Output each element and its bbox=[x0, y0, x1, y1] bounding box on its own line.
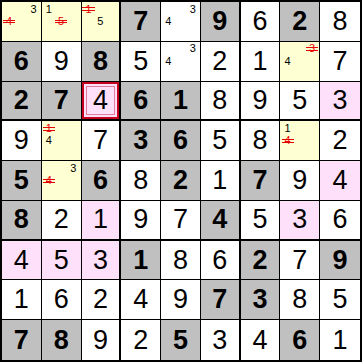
cell-r4c2[interactable]: 14 bbox=[42, 121, 82, 161]
pencil-mark: 4 bbox=[43, 135, 55, 147]
filled-digit: 7 bbox=[292, 247, 307, 274]
filled-digit: 3 bbox=[333, 87, 348, 114]
filled-digit: 4 bbox=[253, 327, 268, 354]
pencil-marks: 34 bbox=[281, 43, 318, 80]
cell-r5c7[interactable]: 7 bbox=[241, 161, 281, 201]
cell-r4c4[interactable]: 3 bbox=[121, 121, 161, 161]
cell-r5c3[interactable]: 6 bbox=[82, 161, 122, 201]
cell-r7c5[interactable]: 8 bbox=[161, 241, 201, 281]
cell-r8c8[interactable]: 8 bbox=[280, 280, 320, 320]
given-digit: 7 bbox=[54, 87, 69, 114]
cell-r2c7[interactable]: 1 bbox=[241, 42, 281, 82]
pencil-mark: 1 bbox=[43, 3, 55, 15]
cell-r8c1[interactable]: 1 bbox=[2, 280, 42, 320]
pencil-mark: 1 bbox=[281, 122, 293, 134]
cell-r2c5[interactable]: 34 bbox=[161, 42, 201, 82]
cell-r7c2[interactable]: 5 bbox=[42, 241, 82, 281]
cell-r8c4[interactable]: 4 bbox=[121, 280, 161, 320]
sudoku-board: 3415157349628698534213472746189539147365… bbox=[0, 0, 362, 362]
filled-digit: 1 bbox=[212, 167, 227, 194]
given-digit: 6 bbox=[133, 87, 148, 114]
pencil-mark: 5 bbox=[94, 15, 106, 27]
filled-digit: 3 bbox=[93, 247, 108, 274]
cell-r7c6[interactable]: 6 bbox=[201, 241, 241, 281]
cell-r2c4[interactable]: 5 bbox=[121, 42, 161, 82]
cell-r3c3-selected[interactable]: 4 bbox=[82, 82, 122, 122]
given-digit: 4 bbox=[212, 206, 227, 233]
cell-r9c5[interactable]: 5 bbox=[161, 320, 201, 360]
cell-r1c9[interactable]: 8 bbox=[320, 2, 360, 42]
filled-digit: 2 bbox=[93, 286, 108, 313]
cell-r1c8[interactable]: 2 bbox=[280, 2, 320, 42]
given-digit: 7 bbox=[253, 167, 268, 194]
filled-digit: 8 bbox=[173, 247, 188, 274]
given-digit: 6 bbox=[14, 48, 29, 75]
given-digit: 9 bbox=[212, 8, 227, 35]
cell-r1c5[interactable]: 34 bbox=[161, 2, 201, 42]
given-digit: 6 bbox=[292, 327, 307, 354]
cell-r2c2[interactable]: 9 bbox=[42, 42, 82, 82]
pencil-mark: 4 bbox=[162, 55, 174, 67]
cell-r1c4[interactable]: 7 bbox=[121, 2, 161, 42]
given-digit: 8 bbox=[54, 327, 69, 354]
cell-r6c3[interactable]: 1 bbox=[82, 201, 122, 241]
cell-r9c2[interactable]: 8 bbox=[42, 320, 82, 360]
cell-r7c4[interactable]: 1 bbox=[121, 241, 161, 281]
cell-r9c8[interactable]: 6 bbox=[280, 320, 320, 360]
given-digit: 2 bbox=[292, 8, 307, 35]
cell-r2c8[interactable]: 34 bbox=[280, 42, 320, 82]
filled-digit: 3 bbox=[292, 206, 307, 233]
cell-r9c9[interactable]: 1 bbox=[320, 320, 360, 360]
cell-r6c5[interactable]: 7 bbox=[161, 201, 201, 241]
cell-r5c8[interactable]: 9 bbox=[280, 161, 320, 201]
cell-r1c2[interactable]: 15 bbox=[42, 2, 82, 42]
cell-r6c9[interactable]: 6 bbox=[320, 201, 360, 241]
filled-digit: 5 bbox=[133, 48, 148, 75]
given-digit: 2 bbox=[173, 167, 188, 194]
filled-digit: 9 bbox=[292, 167, 307, 194]
filled-digit: 1 bbox=[333, 327, 348, 354]
cell-r4c5[interactable]: 6 bbox=[161, 121, 201, 161]
cell-r4c9[interactable]: 2 bbox=[320, 121, 360, 161]
cell-r6c8[interactable]: 3 bbox=[280, 201, 320, 241]
given-digit: 1 bbox=[133, 247, 148, 274]
filled-digit: 1 bbox=[14, 286, 29, 313]
cell-r3c8[interactable]: 5 bbox=[280, 82, 320, 122]
filled-digit: 6 bbox=[253, 8, 268, 35]
pencil-mark-crossed: 4 bbox=[3, 15, 15, 27]
cell-r3c6[interactable]: 8 bbox=[201, 82, 241, 122]
filled-digit: 9 bbox=[173, 286, 188, 313]
filled-digit: 4 bbox=[133, 286, 148, 313]
filled-digit: 5 bbox=[292, 87, 307, 114]
filled-digit: 9 bbox=[54, 48, 69, 75]
cell-r1c1[interactable]: 34 bbox=[2, 2, 42, 42]
pencil-mark: 3 bbox=[67, 162, 79, 174]
filled-digit: 6 bbox=[333, 206, 348, 233]
cell-r1c7[interactable]: 6 bbox=[241, 2, 281, 42]
given-digit: 6 bbox=[173, 127, 188, 154]
pencil-marks: 15 bbox=[83, 3, 119, 40]
filled-digit: 4 bbox=[93, 87, 108, 114]
cell-r4c7[interactable]: 8 bbox=[241, 121, 281, 161]
filled-digit: 1 bbox=[93, 206, 108, 233]
given-digit: 8 bbox=[93, 48, 108, 75]
pencil-marks: 34 bbox=[3, 3, 40, 40]
cell-r3c1[interactable]: 2 bbox=[2, 82, 42, 122]
cell-r9c4[interactable]: 2 bbox=[121, 320, 161, 360]
cell-r7c7[interactable]: 2 bbox=[241, 241, 281, 281]
cell-r6c1[interactable]: 8 bbox=[2, 201, 42, 241]
given-digit: 2 bbox=[253, 247, 268, 274]
cell-r5c9[interactable]: 4 bbox=[320, 161, 360, 201]
cell-r8c5[interactable]: 9 bbox=[161, 280, 201, 320]
cell-r4c8[interactable]: 14 bbox=[280, 121, 320, 161]
cell-r3c2[interactable]: 7 bbox=[42, 82, 82, 122]
cell-r6c7[interactable]: 5 bbox=[241, 201, 281, 241]
filled-digit: 5 bbox=[54, 247, 69, 274]
filled-digit: 7 bbox=[333, 48, 348, 75]
cell-r2c1[interactable]: 6 bbox=[2, 42, 42, 82]
given-digit: 9 bbox=[333, 247, 348, 274]
cell-r5c1[interactable]: 5 bbox=[2, 161, 42, 201]
given-digit: 3 bbox=[133, 127, 148, 154]
filled-digit: 5 bbox=[212, 127, 227, 154]
cell-r6c6[interactable]: 4 bbox=[201, 201, 241, 241]
cell-r7c9[interactable]: 9 bbox=[320, 241, 360, 281]
filled-digit: 2 bbox=[212, 48, 227, 75]
filled-digit: 8 bbox=[212, 87, 227, 114]
cell-r9c3[interactable]: 9 bbox=[82, 320, 122, 360]
cell-r9c6[interactable]: 3 bbox=[201, 320, 241, 360]
cell-r6c4[interactable]: 9 bbox=[121, 201, 161, 241]
pencil-marks: 14 bbox=[281, 122, 318, 159]
cell-r4c6[interactable]: 5 bbox=[201, 121, 241, 161]
cell-r3c7[interactable]: 9 bbox=[241, 82, 281, 122]
pencil-mark: 3 bbox=[28, 3, 40, 15]
cell-r1c6[interactable]: 9 bbox=[201, 2, 241, 42]
cell-r5c4[interactable]: 8 bbox=[121, 161, 161, 201]
filled-digit: 8 bbox=[333, 8, 348, 35]
filled-digit: 2 bbox=[333, 127, 348, 154]
filled-digit: 8 bbox=[133, 167, 148, 194]
filled-digit: 6 bbox=[212, 247, 227, 274]
filled-digit: 3 bbox=[212, 327, 227, 354]
pencil-marks: 34 bbox=[162, 43, 199, 80]
given-digit: 8 bbox=[14, 206, 29, 233]
cell-r2c9[interactable]: 7 bbox=[320, 42, 360, 82]
cell-r5c6[interactable]: 1 bbox=[201, 161, 241, 201]
cell-r8c2[interactable]: 6 bbox=[42, 280, 82, 320]
given-digit: 5 bbox=[14, 167, 29, 194]
filled-digit: 1 bbox=[253, 48, 268, 75]
cell-r7c8[interactable]: 7 bbox=[280, 241, 320, 281]
given-digit: 7 bbox=[133, 8, 148, 35]
filled-digit: 5 bbox=[333, 286, 348, 313]
cell-r2c3[interactable]: 8 bbox=[82, 42, 122, 82]
given-digit: 7 bbox=[14, 327, 29, 354]
cell-r3c9[interactable]: 3 bbox=[320, 82, 360, 122]
filled-digit: 9 bbox=[133, 206, 148, 233]
given-digit: 6 bbox=[93, 167, 108, 194]
cell-r8c9[interactable]: 5 bbox=[320, 280, 360, 320]
pencil-mark: 4 bbox=[281, 55, 293, 67]
filled-digit: 9 bbox=[14, 127, 29, 154]
given-digit: 7 bbox=[212, 286, 227, 313]
pencil-mark-crossed: 4 bbox=[281, 135, 293, 147]
pencil-mark-crossed: 4 bbox=[43, 174, 55, 186]
pencil-marks: 14 bbox=[43, 122, 80, 159]
cell-r9c1[interactable]: 7 bbox=[2, 320, 42, 360]
filled-digit: 8 bbox=[292, 286, 307, 313]
cell-r3c5[interactable]: 1 bbox=[161, 82, 201, 122]
cell-r3c4[interactable]: 6 bbox=[121, 82, 161, 122]
filled-digit: 2 bbox=[133, 327, 148, 354]
given-digit: 3 bbox=[253, 286, 268, 313]
cell-r7c1[interactable]: 4 bbox=[2, 241, 42, 281]
filled-digit: 9 bbox=[253, 87, 268, 114]
given-digit: 5 bbox=[173, 327, 188, 354]
pencil-mark-crossed: 1 bbox=[43, 122, 55, 134]
cell-r5c2[interactable]: 34 bbox=[42, 161, 82, 201]
given-digit: 1 bbox=[173, 87, 188, 114]
filled-digit: 9 bbox=[93, 327, 108, 354]
cell-r4c1[interactable]: 9 bbox=[2, 121, 42, 161]
filled-digit: 7 bbox=[93, 127, 108, 154]
filled-digit: 6 bbox=[54, 286, 69, 313]
filled-digit: 5 bbox=[253, 206, 268, 233]
filled-digit: 4 bbox=[14, 247, 29, 274]
filled-digit: 8 bbox=[253, 127, 268, 154]
pencil-marks: 15 bbox=[43, 3, 80, 40]
filled-digit: 7 bbox=[173, 206, 188, 233]
cell-r1c3[interactable]: 15 bbox=[82, 2, 122, 42]
cell-r2c6[interactable]: 2 bbox=[201, 42, 241, 82]
pencil-marks: 34 bbox=[162, 3, 199, 40]
cell-r8c6[interactable]: 7 bbox=[201, 280, 241, 320]
pencil-mark-crossed: 5 bbox=[55, 15, 67, 27]
filled-digit: 2 bbox=[54, 206, 69, 233]
given-digit: 2 bbox=[14, 87, 29, 114]
cell-r8c3[interactable]: 2 bbox=[82, 280, 122, 320]
cell-r8c7[interactable]: 3 bbox=[241, 280, 281, 320]
cell-r7c3[interactable]: 3 bbox=[82, 241, 122, 281]
cell-r5c5[interactable]: 2 bbox=[161, 161, 201, 201]
filled-digit: 4 bbox=[333, 167, 348, 194]
pencil-mark: 4 bbox=[162, 15, 174, 27]
cell-r9c7[interactable]: 4 bbox=[241, 320, 281, 360]
pencil-mark: 3 bbox=[187, 43, 199, 55]
cell-r6c2[interactable]: 2 bbox=[42, 201, 82, 241]
pencil-mark-crossed: 3 bbox=[306, 43, 318, 55]
pencil-mark-crossed: 1 bbox=[83, 3, 95, 15]
cell-r4c3[interactable]: 7 bbox=[82, 121, 122, 161]
pencil-mark: 3 bbox=[187, 3, 199, 15]
pencil-marks: 34 bbox=[43, 162, 80, 199]
